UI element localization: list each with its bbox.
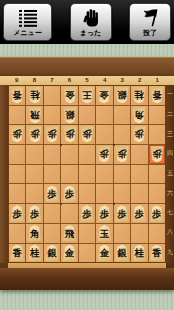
shogi-piece-sente[interactable]: 歩 [10,205,24,222]
square-4七[interactable]: 歩 [96,204,112,223]
square-1四[interactable]: 歩 [149,145,165,164]
shogi-piece-gote[interactable]: 歩 [45,126,59,143]
square-9一[interactable]: 香 [9,86,25,105]
rank-label-9: 九 [166,243,174,263]
star-point [60,203,62,205]
shogi-piece-sente[interactable]: 歩 [115,205,129,222]
rank-label-8: 八 [166,223,174,243]
star-point [60,144,62,146]
shogi-board: 987654321 香桂金王金銀桂香飛銀角歩歩歩歩歩歩歩歩歩歩歩歩歩歩歩歩歩歩角… [0,57,174,290]
shogi-piece-gote[interactable]: 歩 [115,146,129,163]
file-label-6: 6 [61,76,79,85]
square-6七[interactable] [61,204,77,223]
square-9五[interactable] [9,165,25,184]
shogi-piece-sente[interactable]: 金 [63,245,77,262]
square-1五[interactable] [149,165,165,184]
matta-button-label: まった [80,28,102,37]
square-7二[interactable] [44,106,60,125]
square-3六[interactable] [114,184,130,203]
square-3七[interactable]: 歩 [114,204,130,223]
shogi-piece-sente[interactable]: 歩 [132,205,146,222]
square-1一[interactable]: 香 [149,86,165,105]
square-7四[interactable] [44,145,60,164]
square-4六[interactable] [96,184,112,203]
shogi-piece-gote[interactable]: 飛 [28,107,42,124]
shogi-piece-sente[interactable]: 玉 [97,225,111,242]
square-8二[interactable]: 飛 [26,106,42,125]
file-label-9: 9 [8,76,26,85]
square-2一[interactable]: 桂 [131,86,147,105]
square-5一[interactable]: 王 [79,86,95,105]
square-8八[interactable]: 角 [26,224,42,243]
menu-button-label: メニュー [13,28,42,37]
square-4四[interactable]: 歩 [96,145,112,164]
shogi-piece-sente[interactable]: 銀 [45,245,59,262]
file-labels: 987654321 [0,76,174,85]
square-3九[interactable]: 銀 [114,244,130,263]
board-middle: 香桂金王金銀桂香飛銀角歩歩歩歩歩歩歩歩歩歩歩歩歩歩歩歩歩歩角飛玉香桂銀金金銀桂香… [0,85,174,263]
file-label-1: 1 [149,76,167,85]
square-2二[interactable]: 角 [131,106,147,125]
shogi-piece-sente[interactable]: 香 [150,245,164,262]
square-6八[interactable]: 飛 [61,224,77,243]
matta-undo-button[interactable]: まった [70,3,112,41]
square-1九[interactable]: 香 [149,244,165,263]
square-7一[interactable] [44,86,60,105]
square-9三[interactable]: 歩 [9,125,25,144]
square-6一[interactable]: 金 [61,86,77,105]
star-point [113,203,115,205]
square-5九[interactable] [79,244,95,263]
shogi-piece-sente[interactable]: 銀 [115,245,129,262]
square-4一[interactable]: 金 [96,86,112,105]
square-7九[interactable]: 銀 [44,244,60,263]
square-9八[interactable] [9,224,25,243]
square-4五[interactable] [96,165,112,184]
board-grid: 香桂金王金銀桂香飛銀角歩歩歩歩歩歩歩歩歩歩歩歩歩歩歩歩歩歩角飛玉香桂銀金金銀桂香 [8,85,166,263]
rank-labels: 一二三四五六七八九 [166,85,174,263]
board-top-edge [0,57,174,76]
square-3五[interactable] [114,165,130,184]
square-1七[interactable]: 歩 [149,204,165,223]
shogi-piece-sente[interactable]: 歩 [28,205,42,222]
square-8七[interactable]: 歩 [26,204,42,223]
square-8四[interactable] [26,145,42,164]
square-6二[interactable]: 銀 [61,106,77,125]
file-label-3: 3 [113,76,131,85]
square-3四[interactable]: 歩 [114,145,130,164]
square-4二[interactable] [96,106,112,125]
shogi-piece-sente[interactable]: 歩 [63,186,77,203]
square-8九[interactable]: 桂 [26,244,42,263]
square-9六[interactable] [9,184,25,203]
shogi-piece-gote[interactable]: 銀 [63,107,77,124]
shogi-piece-sente[interactable]: 桂 [132,245,146,262]
shogi-piece-gote[interactable]: 桂 [28,87,42,104]
square-6四[interactable] [61,145,77,164]
flag-icon [141,8,160,28]
square-5六[interactable] [79,184,95,203]
shogi-piece-gote[interactable]: 歩 [80,126,94,143]
square-2五[interactable] [131,165,147,184]
square-2九[interactable]: 桂 [131,244,147,263]
file-label-8: 8 [26,76,44,85]
rank-label-1: 一 [166,85,174,105]
square-3二[interactable] [114,106,130,125]
square-2七[interactable]: 歩 [131,204,147,223]
board-bottom-edge [0,268,174,290]
resign-button-label: 投了 [143,28,157,37]
shogi-piece-gote[interactable]: 金 [63,87,77,104]
file-label-2: 2 [131,76,149,85]
tatami-background: 987654321 香桂金王金銀桂香飛銀角歩歩歩歩歩歩歩歩歩歩歩歩歩歩歩歩歩歩角… [0,44,174,310]
square-5七[interactable]: 歩 [79,204,95,223]
square-4九[interactable]: 金 [96,244,112,263]
star-point [113,144,115,146]
toolbar: メニュー まった [0,0,174,44]
shogi-piece-sente[interactable]: 金 [97,245,111,262]
square-9九[interactable]: 香 [9,244,25,263]
square-6六[interactable]: 歩 [61,184,77,203]
shogi-piece-gote[interactable]: 歩 [10,126,24,143]
square-7六[interactable]: 歩 [44,184,60,203]
shogi-piece-gote[interactable]: 銀 [115,87,129,104]
square-8三[interactable]: 歩 [26,125,42,144]
square-7七[interactable] [44,204,60,223]
square-4八[interactable]: 玉 [96,224,112,243]
file-label-4: 4 [96,76,114,85]
shogi-piece-gote[interactable]: 歩 [150,146,164,163]
menu-button[interactable]: メニュー [3,3,52,41]
square-3八[interactable] [114,224,130,243]
square-1二[interactable] [149,106,165,125]
rank-label-6: 六 [166,183,174,203]
hand-icon [82,8,100,28]
square-4三[interactable] [96,125,112,144]
shogi-piece-sente[interactable]: 歩 [97,205,111,222]
rank-label-4: 四 [166,144,174,164]
square-6九[interactable]: 金 [61,244,77,263]
square-7五[interactable] [44,165,60,184]
shogi-piece-gote[interactable]: 香 [10,87,24,104]
resign-button[interactable]: 投了 [129,3,171,41]
file-label-5: 5 [78,76,96,85]
square-1八[interactable] [149,224,165,243]
square-6五[interactable] [61,165,77,184]
square-8六[interactable] [26,184,42,203]
square-3一[interactable]: 銀 [114,86,130,105]
shogi-piece-sente[interactable]: 歩 [45,186,59,203]
shogi-piece-gote[interactable]: 歩 [132,126,146,143]
square-5三[interactable]: 歩 [79,125,95,144]
square-6三[interactable]: 歩 [61,125,77,144]
shogi-piece-gote[interactable]: 角 [132,107,146,124]
rank-label-7: 七 [166,203,174,223]
shogi-piece-gote[interactable]: 歩 [28,126,42,143]
square-5八[interactable] [79,224,95,243]
board-under-strip [0,263,174,268]
shogi-piece-gote[interactable]: 香 [150,87,164,104]
square-2六[interactable] [131,184,147,203]
shogi-piece-sente[interactable]: 角 [28,225,42,242]
menu-list-icon [18,8,38,28]
shogi-piece-sente[interactable]: 香 [10,245,24,262]
shogi-piece-sente[interactable]: 歩 [150,205,164,222]
shogi-app-screen: メニュー まった [0,0,174,310]
shogi-piece-sente[interactable]: 飛 [63,225,77,242]
rank-label-5: 五 [166,164,174,184]
shogi-piece-gote[interactable]: 王 [80,87,94,104]
file-label-7: 7 [43,76,61,85]
square-8五[interactable] [26,165,42,184]
square-5四[interactable] [79,145,95,164]
square-2四[interactable] [131,145,147,164]
square-9二[interactable] [9,106,25,125]
shogi-piece-gote[interactable]: 歩 [97,146,111,163]
square-7八[interactable] [44,224,60,243]
square-5五[interactable] [79,165,95,184]
shogi-piece-gote[interactable]: 歩 [63,126,77,143]
square-5二[interactable] [79,106,95,125]
shogi-piece-sente[interactable]: 歩 [80,205,94,222]
square-8一[interactable]: 桂 [26,86,42,105]
square-1三[interactable] [149,125,165,144]
square-1六[interactable] [149,184,165,203]
shogi-piece-gote[interactable]: 金 [97,87,111,104]
square-9四[interactable] [9,145,25,164]
square-7三[interactable]: 歩 [44,125,60,144]
rank-label-2: 二 [166,105,174,125]
square-2八[interactable] [131,224,147,243]
rank-label-3: 三 [166,124,174,144]
square-3三[interactable] [114,125,130,144]
square-2三[interactable]: 歩 [131,125,147,144]
shogi-piece-sente[interactable]: 桂 [28,245,42,262]
square-9七[interactable]: 歩 [9,204,25,223]
shogi-piece-gote[interactable]: 桂 [132,87,146,104]
board-left-edge [0,85,8,263]
